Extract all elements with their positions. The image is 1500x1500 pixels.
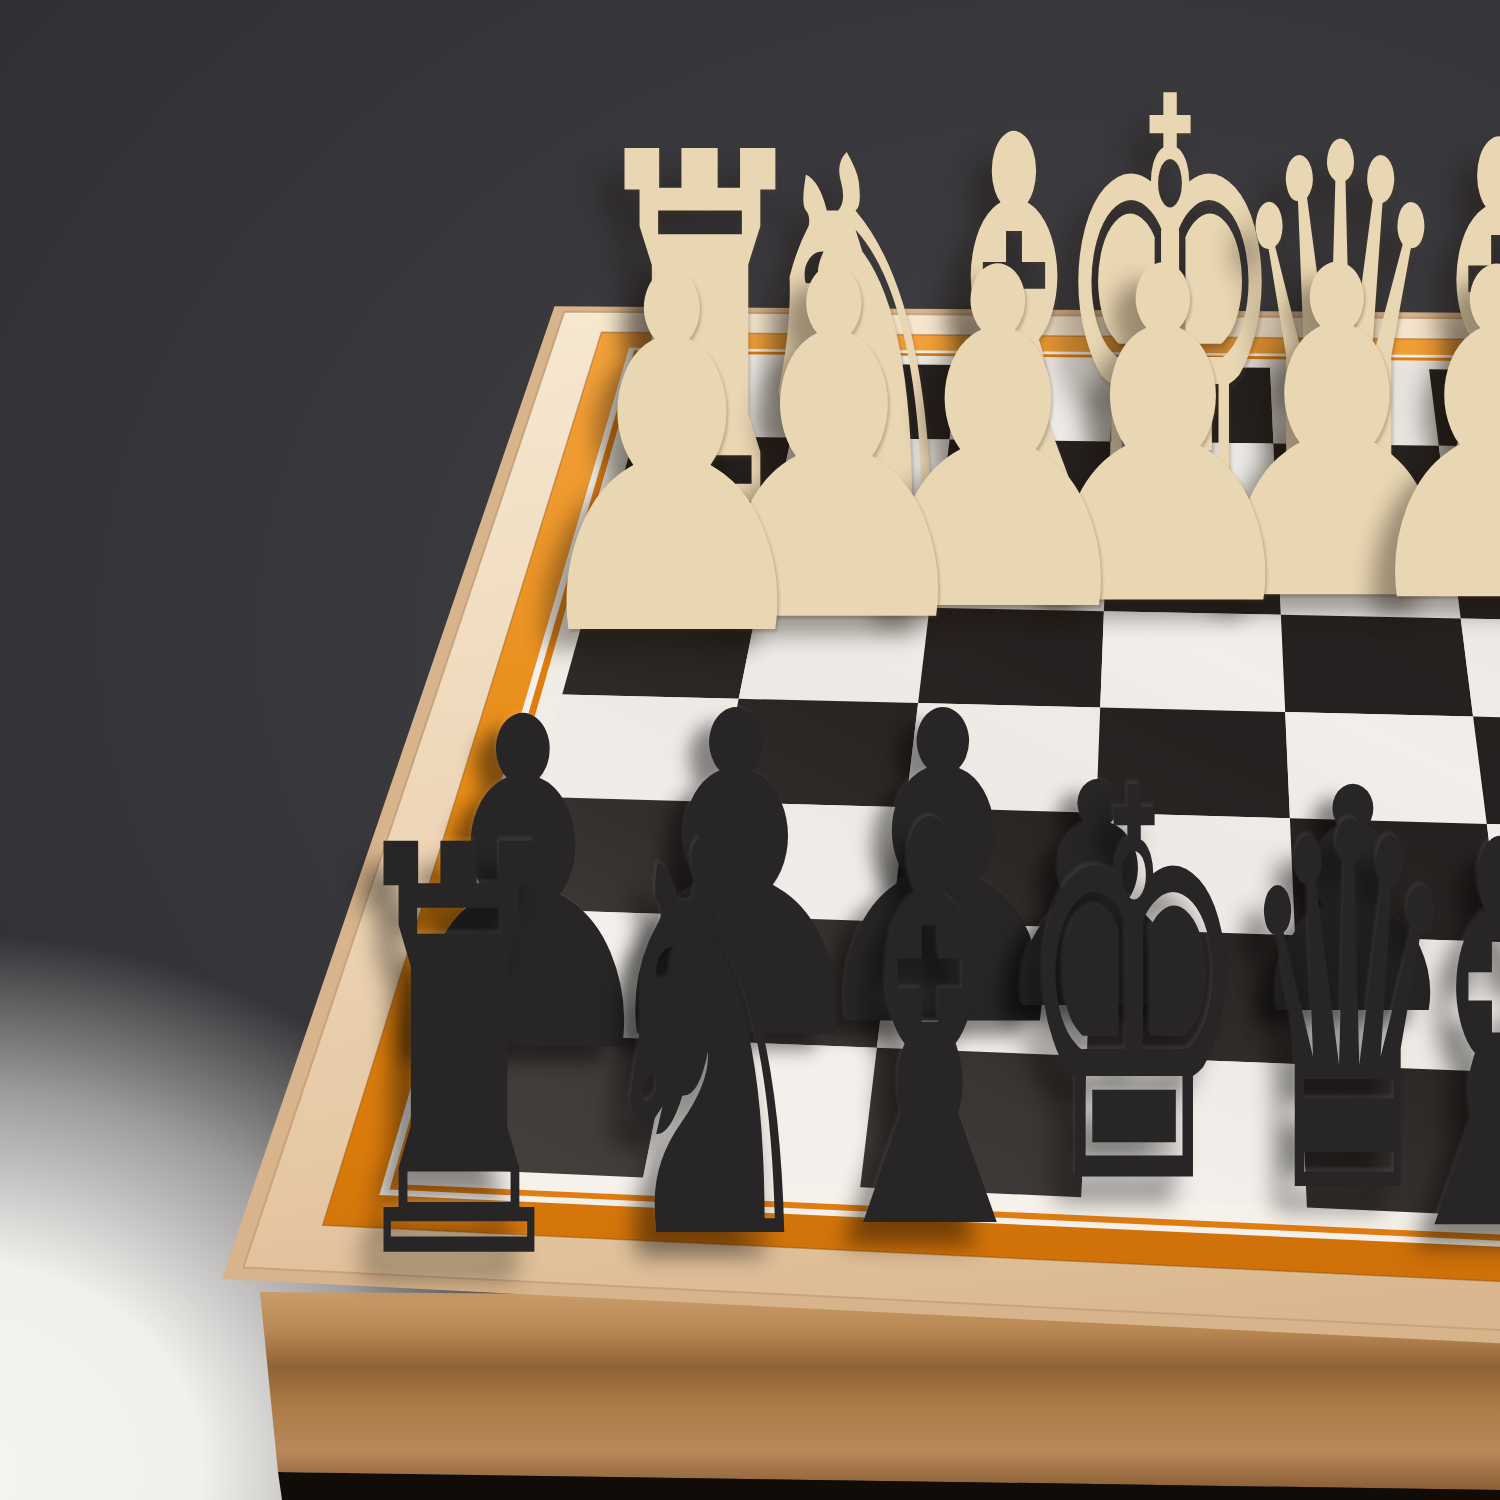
piece-black-bishop-c8[interactable]: ♝ [1374,774,1500,1306]
piece-black-bishop-f8[interactable]: ♝ [802,752,1058,1308]
chess-scene: ♝♛♚♝♞♜♟♟♟♟♟♟♟♟♟♟♟♝♛♚♝♞♜ [0,0,1500,1500]
piece-black-knight-g8[interactable]: ♞ [586,776,828,1316]
piece-white-pawn-c2[interactable]: ♟ [1345,210,1500,666]
piece-black-rook-h8[interactable]: ♜ [339,775,579,1338]
